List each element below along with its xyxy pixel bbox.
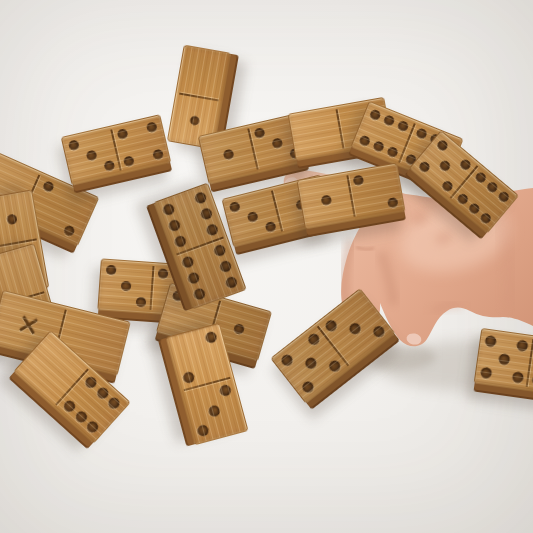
pip [218, 260, 232, 274]
tile-mid-1-2-right-half [347, 164, 405, 220]
pip [199, 207, 213, 221]
pip [187, 271, 201, 285]
pip [478, 212, 492, 226]
pip [455, 192, 469, 206]
pip [117, 128, 129, 140]
pip [68, 139, 80, 151]
pip [172, 290, 184, 302]
pip [516, 339, 528, 351]
pip [280, 353, 295, 368]
pip [6, 213, 18, 225]
pip [440, 180, 454, 194]
tile-held-5-3[interactable] [270, 288, 396, 404]
pip [103, 160, 115, 172]
pip [168, 218, 182, 232]
pip [233, 323, 245, 335]
tile-mid-1-2[interactable] [296, 163, 405, 230]
pip [213, 244, 227, 258]
pip [223, 149, 235, 161]
pip [415, 127, 428, 140]
pip [173, 234, 187, 248]
pip [459, 157, 473, 171]
pip [485, 180, 499, 194]
pip [436, 138, 450, 152]
pip [121, 281, 132, 292]
pip [438, 159, 452, 173]
pip [353, 174, 365, 186]
pip [95, 385, 111, 401]
pip [181, 255, 195, 269]
pip [73, 409, 89, 425]
pip [86, 150, 98, 162]
pip [61, 398, 77, 414]
pip [474, 170, 488, 184]
pip [192, 287, 206, 301]
pip [498, 353, 510, 365]
pip [480, 367, 492, 379]
tile-bottom-right-5-5-left-half [475, 329, 533, 390]
pip [497, 190, 511, 204]
pip [190, 115, 200, 125]
pip [83, 374, 99, 390]
pip [247, 211, 259, 223]
pip [417, 160, 431, 174]
pip [207, 404, 220, 417]
pip [358, 135, 371, 148]
pip [106, 265, 117, 276]
pip [135, 297, 146, 308]
pip [224, 275, 238, 289]
pip [196, 424, 209, 437]
pip [511, 371, 523, 383]
pip [327, 358, 342, 373]
pip [372, 140, 385, 153]
pip [300, 379, 315, 394]
pip [219, 384, 232, 397]
pip [146, 121, 158, 133]
pip [321, 195, 333, 207]
pip [397, 119, 410, 132]
pip [303, 356, 318, 371]
pip [371, 324, 386, 339]
pip [324, 318, 339, 333]
tiles-layer: ✕ [0, 0, 533, 533]
pip [271, 137, 283, 149]
pip [306, 332, 321, 347]
pip [467, 202, 481, 216]
pip [85, 420, 101, 436]
photo-dominoes-scene: ✕ [0, 0, 533, 533]
pip [162, 203, 176, 217]
pip [123, 156, 135, 168]
pip [229, 201, 241, 213]
pip [254, 127, 266, 139]
pip [205, 223, 219, 237]
pip [347, 321, 362, 336]
pip [158, 268, 169, 279]
engraved-x-mark: ✕ [14, 307, 43, 343]
pip [193, 191, 207, 205]
tile-bottom-right-5-5[interactable] [474, 328, 533, 398]
pip [265, 221, 277, 233]
pip [387, 197, 399, 209]
pip [383, 114, 396, 127]
pip [63, 224, 76, 237]
pip [386, 146, 399, 159]
pip [205, 331, 218, 344]
pip [182, 371, 195, 384]
pip [41, 180, 54, 193]
tile-bottom-3-3-left-half [98, 259, 153, 313]
pip [107, 396, 123, 412]
pip [485, 335, 497, 347]
pip [152, 149, 164, 161]
tile-top-3-4[interactable] [61, 114, 172, 186]
pip [369, 108, 382, 121]
